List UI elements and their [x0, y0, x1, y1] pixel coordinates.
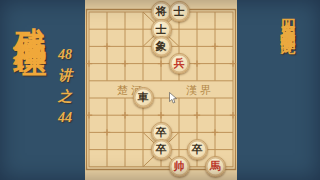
piece-red-帅-f1[interactable]: 帅: [169, 156, 190, 177]
piece-black-卒-e2[interactable]: 卒: [151, 139, 172, 160]
right-title-panel: 四大名局之蚯蚓降龙: [237, 0, 320, 180]
piece-black-卒-g2[interactable]: 卒: [187, 139, 208, 160]
piece-layer: 将士士象兵車卒卒卒帅馬: [80, 3, 242, 175]
piece-red-兵-f7[interactable]: 兵: [169, 53, 190, 74]
episode-number-line: 之: [50, 87, 80, 107]
episode-title: 四大名局之蚯蚓降龙: [278, 7, 297, 30]
piece-black-士-f10[interactable]: 士: [169, 1, 190, 22]
mouse-cursor-icon: [169, 92, 178, 104]
episode-number: 48讲之44: [50, 45, 80, 128]
left-title-panel: 残局棋理 48讲之44: [0, 0, 85, 180]
piece-black-象-e8[interactable]: 象: [151, 36, 172, 57]
episode-number-line: 44: [50, 108, 80, 128]
series-title: 残局棋理: [7, 1, 52, 179]
piece-red-馬-h1[interactable]: 馬: [205, 156, 226, 177]
episode-number-line: 讲: [50, 66, 80, 86]
episode-number-line: 48: [50, 45, 80, 65]
video-frame: 残局棋理 48讲之44 楚河 漢界 将士士象兵車卒卒卒帅馬 四大名局之蚯蚓降龙: [0, 0, 320, 180]
piece-black-車-d5[interactable]: 車: [133, 87, 154, 108]
xiangqi-board[interactable]: 楚河 漢界 将士士象兵車卒卒卒帅馬: [85, 0, 237, 180]
